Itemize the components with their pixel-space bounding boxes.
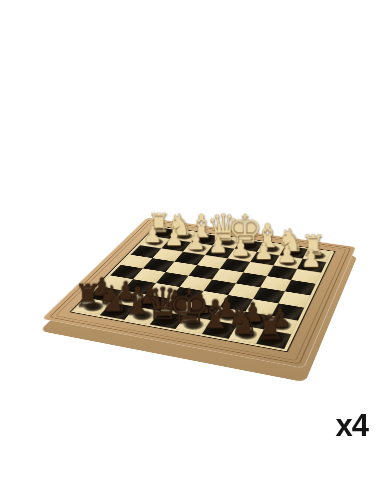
- chess-piece-black-rook: ♜: [241, 311, 299, 344]
- quantity-label: x4: [336, 408, 368, 444]
- chess-set-photo: ♜♞♝♛♚♝♞♜♟♟♟♟♟♟♟♟♟♟♟♟♟♟♟♟♜♞♝♛♚♝♞♜: [0, 0, 381, 492]
- chess-board: ♜♞♝♛♚♝♞♜♟♟♟♟♟♟♟♟♟♟♟♟♟♟♟♟♜♞♝♛♚♝♞♜: [41, 217, 356, 368]
- product-photo-page: { "game": "chess", "scene": { "descripti…: [0, 0, 381, 492]
